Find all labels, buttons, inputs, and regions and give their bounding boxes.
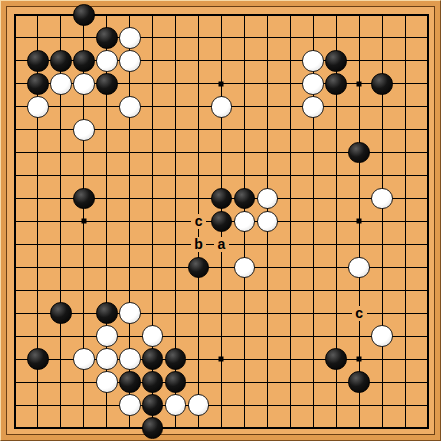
intersection-c19-r13[interactable]	[417, 279, 440, 302]
intersection-c7-r5[interactable]	[141, 95, 164, 118]
intersection-c6-r15[interactable]	[118, 325, 141, 348]
intersection-c18-r1[interactable]	[394, 4, 417, 27]
intersection-c1-r4[interactable]	[4, 72, 27, 95]
intersection-c6-r4[interactable]	[118, 72, 141, 95]
intersection-c12-r1[interactable]	[256, 4, 279, 27]
intersection-c3-r7[interactable]	[49, 141, 72, 164]
intersection-c6-r11[interactable]	[118, 233, 141, 256]
intersection-c2-r13[interactable]	[26, 279, 49, 302]
intersection-c12-r2[interactable]	[256, 26, 279, 49]
intersection-c5-r9[interactable]	[95, 187, 118, 210]
intersection-c9-r1[interactable]	[187, 4, 210, 27]
intersection-c10-r7[interactable]	[210, 141, 233, 164]
intersection-c18-r9[interactable]	[394, 187, 417, 210]
intersection-c6-r13[interactable]	[118, 279, 141, 302]
intersection-c1-r7[interactable]	[4, 141, 27, 164]
intersection-c5-r5[interactable]	[95, 95, 118, 118]
intersection-c4-r5[interactable]	[72, 95, 95, 118]
intersection-c11-r11[interactable]	[233, 233, 256, 256]
intersection-c12-r14[interactable]	[256, 302, 279, 325]
intersection-c14-r18[interactable]	[302, 394, 325, 417]
intersection-c16-r5[interactable]	[348, 95, 371, 118]
intersection-c8-r14[interactable]	[164, 302, 187, 325]
intersection-c18-r18[interactable]	[394, 394, 417, 417]
intersection-c17-r7[interactable]	[371, 141, 394, 164]
intersection-c17-r3[interactable]	[371, 49, 394, 72]
intersection-c14-r14[interactable]	[302, 302, 325, 325]
intersection-c3-r5[interactable]	[49, 95, 72, 118]
intersection-c1-r13[interactable]	[4, 279, 27, 302]
intersection-c11-r4[interactable]	[233, 72, 256, 95]
intersection-c5-r18[interactable]	[95, 394, 118, 417]
intersection-c16-r9[interactable]	[348, 187, 371, 210]
intersection-c8-r4[interactable]	[164, 72, 187, 95]
intersection-c8-r3[interactable]	[164, 49, 187, 72]
intersection-c5-r8[interactable]	[95, 164, 118, 187]
intersection-c18-r7[interactable]	[394, 141, 417, 164]
intersection-c5-r6[interactable]	[95, 118, 118, 141]
intersection-c15-r8[interactable]	[325, 164, 348, 187]
intersection-c10-r19[interactable]	[210, 417, 233, 440]
intersection-c16-r3[interactable]	[348, 49, 371, 72]
intersection-c9-r19[interactable]	[187, 417, 210, 440]
intersection-c7-r3[interactable]	[141, 49, 164, 72]
intersection-c15-r9[interactable]	[325, 187, 348, 210]
intersection-c9-r2[interactable]	[187, 26, 210, 49]
intersection-c19-r2[interactable]	[417, 26, 440, 49]
intersection-c1-r11[interactable]	[4, 233, 27, 256]
intersection-c9-r17[interactable]	[187, 371, 210, 394]
intersection-c13-r18[interactable]	[279, 394, 302, 417]
intersection-c11-r3[interactable]	[233, 49, 256, 72]
intersection-c4-r11[interactable]	[72, 233, 95, 256]
intersection-c5-r11[interactable]	[95, 233, 118, 256]
intersection-c14-r1[interactable]	[302, 4, 325, 27]
intersection-c17-r2[interactable]	[371, 26, 394, 49]
intersection-c15-r2[interactable]	[325, 26, 348, 49]
intersection-c18-r8[interactable]	[394, 164, 417, 187]
intersection-c12-r11[interactable]	[256, 233, 279, 256]
intersection-c9-r3[interactable]	[187, 49, 210, 72]
intersection-c1-r3[interactable]	[4, 49, 27, 72]
intersection-c15-r17[interactable]	[325, 371, 348, 394]
intersection-c16-r14[interactable]: c	[348, 302, 371, 325]
intersection-c11-r19[interactable]	[233, 417, 256, 440]
intersection-c6-r19[interactable]	[118, 417, 141, 440]
intersection-c15-r15[interactable]	[325, 325, 348, 348]
intersection-c7-r13[interactable]	[141, 279, 164, 302]
intersection-c10-r4[interactable]	[210, 72, 233, 95]
intersection-c15-r11[interactable]	[325, 233, 348, 256]
intersection-c11-r2[interactable]	[233, 26, 256, 49]
intersection-c4-r12[interactable]	[72, 256, 95, 279]
intersection-c3-r12[interactable]	[49, 256, 72, 279]
intersection-c19-r4[interactable]	[417, 72, 440, 95]
intersection-c14-r2[interactable]	[302, 26, 325, 49]
intersection-c16-r13[interactable]	[348, 279, 371, 302]
intersection-c10-r15[interactable]	[210, 325, 233, 348]
intersection-c19-r1[interactable]	[417, 4, 440, 27]
intersection-c11-r17[interactable]	[233, 371, 256, 394]
intersection-c16-r16[interactable]	[348, 348, 371, 371]
intersection-c16-r10[interactable]	[348, 210, 371, 233]
intersection-c18-r2[interactable]	[394, 26, 417, 49]
intersection-c19-r14[interactable]	[417, 302, 440, 325]
intersection-c11-r8[interactable]	[233, 164, 256, 187]
intersection-c16-r18[interactable]	[348, 394, 371, 417]
intersection-c16-r2[interactable]	[348, 26, 371, 49]
intersection-c8-r6[interactable]	[164, 118, 187, 141]
intersection-c9-r14[interactable]	[187, 302, 210, 325]
intersection-c11-r15[interactable]	[233, 325, 256, 348]
intersection-c3-r10[interactable]	[49, 210, 72, 233]
intersection-c1-r19[interactable]	[4, 417, 27, 440]
intersection-c12-r7[interactable]	[256, 141, 279, 164]
intersection-c14-r12[interactable]	[302, 256, 325, 279]
intersection-c3-r6[interactable]	[49, 118, 72, 141]
intersection-c13-r15[interactable]	[279, 325, 302, 348]
intersection-c18-r11[interactable]	[394, 233, 417, 256]
intersection-c4-r17[interactable]	[72, 371, 95, 394]
intersection-c17-r5[interactable]	[371, 95, 394, 118]
intersection-c9-r9[interactable]	[187, 187, 210, 210]
intersection-c12-r3[interactable]	[256, 49, 279, 72]
intersection-c2-r12[interactable]	[26, 256, 49, 279]
intersection-c19-r10[interactable]	[417, 210, 440, 233]
intersection-c8-r5[interactable]	[164, 95, 187, 118]
intersection-c2-r6[interactable]	[26, 118, 49, 141]
intersection-c18-r17[interactable]	[394, 371, 417, 394]
intersection-c18-r4[interactable]	[394, 72, 417, 95]
intersection-c8-r19[interactable]	[164, 417, 187, 440]
intersection-c11-r14[interactable]	[233, 302, 256, 325]
intersection-c3-r2[interactable]	[49, 26, 72, 49]
intersection-c9-r7[interactable]	[187, 141, 210, 164]
intersection-c8-r15[interactable]	[164, 325, 187, 348]
intersection-c10-r11[interactable]: a	[210, 233, 233, 256]
intersection-c7-r4[interactable]	[141, 72, 164, 95]
intersection-c2-r7[interactable]	[26, 141, 49, 164]
intersection-c3-r11[interactable]	[49, 233, 72, 256]
intersection-c11-r16[interactable]	[233, 348, 256, 371]
intersection-c18-r12[interactable]	[394, 256, 417, 279]
point-label-c[interactable]: c	[352, 306, 367, 321]
intersection-c8-r11[interactable]	[164, 233, 187, 256]
intersection-c10-r18[interactable]	[210, 394, 233, 417]
intersection-c14-r9[interactable]	[302, 187, 325, 210]
intersection-c3-r15[interactable]	[49, 325, 72, 348]
intersection-c17-r12[interactable]	[371, 256, 394, 279]
intersection-c16-r8[interactable]	[348, 164, 371, 187]
intersection-c4-r10[interactable]	[72, 210, 95, 233]
intersection-c10-r13[interactable]	[210, 279, 233, 302]
intersection-c14-r11[interactable]	[302, 233, 325, 256]
intersection-c13-r2[interactable]	[279, 26, 302, 49]
intersection-c9-r5[interactable]	[187, 95, 210, 118]
intersection-c16-r4[interactable]	[348, 72, 371, 95]
intersection-c15-r6[interactable]	[325, 118, 348, 141]
intersection-c18-r16[interactable]	[394, 348, 417, 371]
intersection-c19-r16[interactable]	[417, 348, 440, 371]
intersection-c2-r8[interactable]	[26, 164, 49, 187]
intersection-c17-r14[interactable]	[371, 302, 394, 325]
intersection-c19-r5[interactable]	[417, 95, 440, 118]
intersection-c1-r17[interactable]	[4, 371, 27, 394]
intersection-c8-r12[interactable]	[164, 256, 187, 279]
intersection-c14-r19[interactable]	[302, 417, 325, 440]
intersection-c19-r18[interactable]	[417, 394, 440, 417]
intersection-c4-r8[interactable]	[72, 164, 95, 187]
intersection-c8-r10[interactable]	[164, 210, 187, 233]
intersection-c7-r2[interactable]	[141, 26, 164, 49]
intersection-c3-r9[interactable]	[49, 187, 72, 210]
intersection-c7-r6[interactable]	[141, 118, 164, 141]
intersection-c2-r19[interactable]	[26, 417, 49, 440]
intersection-c6-r1[interactable]	[118, 4, 141, 27]
intersection-c6-r9[interactable]	[118, 187, 141, 210]
intersection-c8-r1[interactable]	[164, 4, 187, 27]
intersection-c17-r8[interactable]	[371, 164, 394, 187]
intersection-c13-r8[interactable]	[279, 164, 302, 187]
intersection-c1-r9[interactable]	[4, 187, 27, 210]
intersection-c12-r13[interactable]	[256, 279, 279, 302]
intersection-c10-r8[interactable]	[210, 164, 233, 187]
intersection-c15-r5[interactable]	[325, 95, 348, 118]
intersection-c6-r8[interactable]	[118, 164, 141, 187]
intersection-c2-r9[interactable]	[26, 187, 49, 210]
intersection-c13-r14[interactable]	[279, 302, 302, 325]
point-label-c[interactable]: c	[191, 214, 206, 229]
intersection-c9-r10[interactable]: c	[187, 210, 210, 233]
intersection-c11-r6[interactable]	[233, 118, 256, 141]
intersection-c7-r10[interactable]	[141, 210, 164, 233]
intersection-c10-r17[interactable]	[210, 371, 233, 394]
intersection-c18-r10[interactable]	[394, 210, 417, 233]
intersection-c8-r8[interactable]	[164, 164, 187, 187]
intersection-c12-r15[interactable]	[256, 325, 279, 348]
intersection-c14-r17[interactable]	[302, 371, 325, 394]
intersection-c12-r5[interactable]	[256, 95, 279, 118]
intersection-c17-r11[interactable]	[371, 233, 394, 256]
intersection-c13-r4[interactable]	[279, 72, 302, 95]
intersection-c16-r11[interactable]	[348, 233, 371, 256]
intersection-c12-r17[interactable]	[256, 371, 279, 394]
intersection-c13-r11[interactable]	[279, 233, 302, 256]
intersection-c1-r1[interactable]	[4, 4, 27, 27]
intersection-c7-r7[interactable]	[141, 141, 164, 164]
intersection-c3-r16[interactable]	[49, 348, 72, 371]
intersection-c1-r12[interactable]	[4, 256, 27, 279]
intersection-c13-r6[interactable]	[279, 118, 302, 141]
intersection-c11-r7[interactable]	[233, 141, 256, 164]
intersection-c13-r5[interactable]	[279, 95, 302, 118]
intersection-c13-r10[interactable]	[279, 210, 302, 233]
intersection-c1-r8[interactable]	[4, 164, 27, 187]
intersection-c10-r2[interactable]	[210, 26, 233, 49]
intersection-c19-r6[interactable]	[417, 118, 440, 141]
intersection-c5-r1[interactable]	[95, 4, 118, 27]
intersection-c11-r5[interactable]	[233, 95, 256, 118]
intersection-c8-r13[interactable]	[164, 279, 187, 302]
intersection-c19-r12[interactable]	[417, 256, 440, 279]
intersection-c7-r14[interactable]	[141, 302, 164, 325]
intersection-c12-r8[interactable]	[256, 164, 279, 187]
intersection-c13-r7[interactable]	[279, 141, 302, 164]
intersection-c4-r2[interactable]	[72, 26, 95, 49]
intersection-c10-r1[interactable]	[210, 4, 233, 27]
intersection-c1-r15[interactable]	[4, 325, 27, 348]
intersection-c18-r3[interactable]	[394, 49, 417, 72]
intersection-c17-r18[interactable]	[371, 394, 394, 417]
intersection-c7-r12[interactable]	[141, 256, 164, 279]
intersection-c3-r1[interactable]	[49, 4, 72, 27]
intersection-c10-r12[interactable]	[210, 256, 233, 279]
intersection-c7-r9[interactable]	[141, 187, 164, 210]
intersection-c10-r6[interactable]	[210, 118, 233, 141]
intersection-c14-r8[interactable]	[302, 164, 325, 187]
intersection-c18-r14[interactable]	[394, 302, 417, 325]
intersection-c3-r13[interactable]	[49, 279, 72, 302]
intersection-c5-r13[interactable]	[95, 279, 118, 302]
intersection-c19-r3[interactable]	[417, 49, 440, 72]
intersection-c13-r19[interactable]	[279, 417, 302, 440]
intersection-c2-r17[interactable]	[26, 371, 49, 394]
intersection-c12-r4[interactable]	[256, 72, 279, 95]
intersection-c8-r7[interactable]	[164, 141, 187, 164]
intersection-c3-r17[interactable]	[49, 371, 72, 394]
intersection-c9-r6[interactable]	[187, 118, 210, 141]
intersection-c11-r18[interactable]	[233, 394, 256, 417]
intersection-c19-r8[interactable]	[417, 164, 440, 187]
intersection-c17-r1[interactable]	[371, 4, 394, 27]
intersection-c4-r19[interactable]	[72, 417, 95, 440]
intersection-c2-r2[interactable]	[26, 26, 49, 49]
intersection-c6-r12[interactable]	[118, 256, 141, 279]
intersection-c9-r15[interactable]	[187, 325, 210, 348]
intersection-c16-r6[interactable]	[348, 118, 371, 141]
intersection-c2-r10[interactable]	[26, 210, 49, 233]
intersection-c14-r15[interactable]	[302, 325, 325, 348]
intersection-c2-r11[interactable]	[26, 233, 49, 256]
intersection-c14-r10[interactable]	[302, 210, 325, 233]
intersection-c5-r10[interactable]	[95, 210, 118, 233]
intersection-c19-r11[interactable]	[417, 233, 440, 256]
intersection-c11-r1[interactable]	[233, 4, 256, 27]
intersection-c5-r7[interactable]	[95, 141, 118, 164]
intersection-c4-r14[interactable]	[72, 302, 95, 325]
intersection-c1-r6[interactable]	[4, 118, 27, 141]
intersection-c5-r12[interactable]	[95, 256, 118, 279]
point-label-b[interactable]: b	[191, 237, 206, 252]
intersection-c18-r5[interactable]	[394, 95, 417, 118]
intersection-c17-r13[interactable]	[371, 279, 394, 302]
intersection-c15-r7[interactable]	[325, 141, 348, 164]
intersection-c17-r6[interactable]	[371, 118, 394, 141]
intersection-c9-r16[interactable]	[187, 348, 210, 371]
intersection-c4-r7[interactable]	[72, 141, 95, 164]
intersection-c9-r13[interactable]	[187, 279, 210, 302]
intersection-c13-r16[interactable]	[279, 348, 302, 371]
intersection-c1-r5[interactable]	[4, 95, 27, 118]
point-label-a[interactable]: a	[214, 237, 229, 252]
intersection-c12-r19[interactable]	[256, 417, 279, 440]
intersection-c1-r18[interactable]	[4, 394, 27, 417]
intersection-c2-r15[interactable]	[26, 325, 49, 348]
intersection-c3-r19[interactable]	[49, 417, 72, 440]
intersection-c15-r1[interactable]	[325, 4, 348, 27]
intersection-c7-r8[interactable]	[141, 164, 164, 187]
intersection-c1-r10[interactable]	[4, 210, 27, 233]
intersection-c16-r15[interactable]	[348, 325, 371, 348]
intersection-c8-r9[interactable]	[164, 187, 187, 210]
intersection-c18-r19[interactable]	[394, 417, 417, 440]
intersection-c16-r19[interactable]	[348, 417, 371, 440]
intersection-c13-r17[interactable]	[279, 371, 302, 394]
intersection-c1-r2[interactable]	[4, 26, 27, 49]
intersection-c10-r3[interactable]	[210, 49, 233, 72]
intersection-c15-r13[interactable]	[325, 279, 348, 302]
intersection-c1-r14[interactable]	[4, 302, 27, 325]
intersection-c13-r12[interactable]	[279, 256, 302, 279]
intersection-c15-r19[interactable]	[325, 417, 348, 440]
intersection-c4-r18[interactable]	[72, 394, 95, 417]
intersection-c12-r16[interactable]	[256, 348, 279, 371]
intersection-c12-r12[interactable]	[256, 256, 279, 279]
intersection-c18-r13[interactable]	[394, 279, 417, 302]
intersection-c16-r1[interactable]	[348, 4, 371, 27]
intersection-c17-r17[interactable]	[371, 371, 394, 394]
intersection-c10-r16[interactable]	[210, 348, 233, 371]
intersection-c6-r10[interactable]	[118, 210, 141, 233]
intersection-c19-r19[interactable]	[417, 417, 440, 440]
intersection-c6-r6[interactable]	[118, 118, 141, 141]
intersection-c3-r18[interactable]	[49, 394, 72, 417]
intersection-c19-r9[interactable]	[417, 187, 440, 210]
intersection-c12-r6[interactable]	[256, 118, 279, 141]
intersection-c4-r13[interactable]	[72, 279, 95, 302]
intersection-c7-r11[interactable]	[141, 233, 164, 256]
intersection-c11-r13[interactable]	[233, 279, 256, 302]
intersection-c14-r16[interactable]	[302, 348, 325, 371]
intersection-c15-r18[interactable]	[325, 394, 348, 417]
intersection-c13-r3[interactable]	[279, 49, 302, 72]
intersection-c15-r12[interactable]	[325, 256, 348, 279]
intersection-c18-r6[interactable]	[394, 118, 417, 141]
intersection-c6-r7[interactable]	[118, 141, 141, 164]
intersection-c19-r7[interactable]	[417, 141, 440, 164]
intersection-c18-r15[interactable]	[394, 325, 417, 348]
intersection-c1-r16[interactable]	[4, 348, 27, 371]
intersection-c7-r1[interactable]	[141, 4, 164, 27]
intersection-c17-r19[interactable]	[371, 417, 394, 440]
intersection-c17-r16[interactable]	[371, 348, 394, 371]
intersection-c13-r9[interactable]	[279, 187, 302, 210]
intersection-c2-r14[interactable]	[26, 302, 49, 325]
intersection-c2-r1[interactable]	[26, 4, 49, 27]
intersection-c15-r10[interactable]	[325, 210, 348, 233]
intersection-c9-r4[interactable]	[187, 72, 210, 95]
intersection-c14-r7[interactable]	[302, 141, 325, 164]
intersection-c17-r10[interactable]	[371, 210, 394, 233]
intersection-c9-r8[interactable]	[187, 164, 210, 187]
intersection-c14-r13[interactable]	[302, 279, 325, 302]
intersection-c4-r15[interactable]	[72, 325, 95, 348]
intersection-c5-r19[interactable]	[95, 417, 118, 440]
intersection-c8-r2[interactable]	[164, 26, 187, 49]
intersection-c13-r13[interactable]	[279, 279, 302, 302]
intersection-c13-r1[interactable]	[279, 4, 302, 27]
intersection-c2-r18[interactable]	[26, 394, 49, 417]
